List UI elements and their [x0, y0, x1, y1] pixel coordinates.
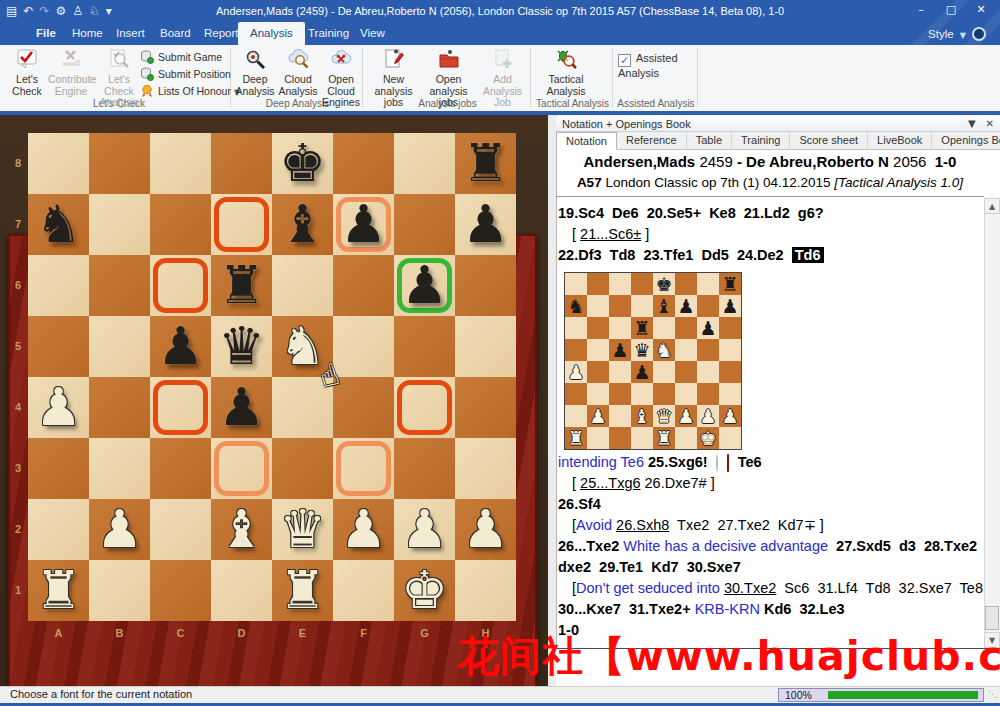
collapse-icon[interactable]: ▼	[968, 118, 976, 129]
diagram-square-b2: ♟	[587, 405, 609, 427]
diagram-square-g2: ♟	[697, 405, 719, 427]
diagram-square-b7	[587, 295, 609, 317]
diagram-square-h4	[719, 361, 741, 383]
diagram-square-d5: ♛	[631, 339, 653, 361]
style-control[interactable]: Style ▼	[928, 24, 986, 46]
diagram-square-d1	[631, 427, 653, 449]
status-bar-text: Choose a font for the current notation	[10, 688, 192, 700]
square-b7[interactable]	[89, 194, 150, 255]
square-f1[interactable]	[333, 560, 394, 621]
square-d1[interactable]	[211, 560, 272, 621]
notation-line: [ 25...Txg6 26.Dxe7# ]	[558, 473, 715, 494]
diagram-piece-h7: ♟	[719, 295, 741, 317]
diagram-square-f2: ♟	[675, 405, 697, 427]
square-a8[interactable]	[28, 133, 89, 194]
square-f6[interactable]	[333, 255, 394, 316]
move-text[interactable]: [	[572, 475, 580, 491]
square-f2[interactable]: ♟	[333, 499, 394, 560]
piece-black-p-h7[interactable]: ♟	[455, 194, 516, 254]
piece-black-k-e8[interactable]: ♚	[272, 133, 333, 193]
square-a7[interactable]: ♞	[28, 194, 89, 255]
piece-white-k-g1[interactable]: ♚	[394, 560, 455, 620]
commentary-text: Avoid	[576, 517, 616, 533]
highlight-orange	[397, 380, 452, 435]
button-label: Tactical Analysis	[536, 74, 596, 97]
square-e8[interactable]: ♚	[272, 133, 333, 194]
add-analysis-job-icon	[477, 48, 528, 72]
square-e1[interactable]: ♜	[272, 560, 333, 621]
diagram-piece-d2: ♝	[631, 405, 653, 427]
diagram-square-a8	[565, 273, 587, 295]
diagram-piece-e2: ♛	[653, 405, 675, 427]
diagram-square-g6: ♟	[697, 317, 719, 339]
diagram-square-h1	[719, 427, 741, 449]
square-e3[interactable]	[272, 438, 333, 499]
open-cloud-engines-icon	[318, 48, 364, 72]
diagram-square-e4	[653, 361, 675, 383]
move-text[interactable]: Sc6 31.Lf4 Td8 32.Sxe7 Te8 ]	[776, 580, 991, 596]
undo-icon[interactable]: ↶	[23, 2, 33, 20]
cloud-analysis-button[interactable]: Cloud Analysis	[277, 47, 319, 103]
event-name: London Classic op 7th (1) 04.12.2015	[602, 175, 835, 190]
button-label: Open Cloud Engines	[318, 74, 364, 109]
title-bar: ▤↶↷⚙♙♘▾ Andersen,Mads (2459) - De Abreu,…	[0, 0, 1000, 22]
diagram-square-f6	[675, 317, 697, 339]
highlight-orange	[153, 258, 208, 313]
diagram-piece-e8: ♚	[653, 273, 675, 295]
commentary-text: Don't get seduced into	[576, 580, 724, 596]
diagram-square-a1: ♜	[565, 427, 587, 449]
piece-black-p-g6[interactable]: ♟	[394, 255, 455, 315]
ribbon-body: Let's CheckLet's CheckContribute EngineL…	[0, 45, 1000, 111]
notation-tab-reference[interactable]: Reference	[617, 132, 687, 150]
close-button[interactable]: ✕	[966, 0, 996, 20]
diagram-piece-g6: ♟	[697, 317, 719, 339]
square-d5[interactable]: ♛	[211, 316, 272, 377]
notation-tab-table[interactable]: Table	[687, 132, 732, 150]
notation-line: intending Te6 25.Sxg6! Te6	[558, 452, 762, 473]
square-c5[interactable]: ♟	[150, 316, 211, 377]
square-b3[interactable]	[89, 438, 150, 499]
rank-label-3: 3	[8, 462, 28, 474]
diagram-square-f3	[675, 383, 697, 405]
diagram-square-a2	[565, 405, 587, 427]
diagram-square-e6	[653, 317, 675, 339]
commentary-text: KRB-KRN	[695, 601, 760, 617]
diagram-square-e5: ♞	[653, 339, 675, 361]
square-h8[interactable]: ♜	[455, 133, 516, 194]
piece-white-r-a1[interactable]: ♜	[28, 560, 89, 620]
button-label: New analysis jobs	[367, 74, 420, 109]
notation-tab-livebook[interactable]: LiveBook	[868, 132, 932, 150]
help-globe-icon[interactable]	[972, 27, 986, 41]
rank-label-6: 6	[8, 279, 28, 291]
square-c2[interactable]	[150, 499, 211, 560]
square-h4[interactable]	[455, 377, 516, 438]
diagram-square-a7: ♞	[565, 295, 587, 317]
square-g2[interactable]: ♟	[394, 499, 455, 560]
rank-label-1: 1	[8, 584, 28, 596]
diagram-piece-b2: ♟	[587, 405, 609, 427]
piece-white-p-b2[interactable]: ♟	[89, 499, 150, 559]
square-d3[interactable]	[211, 438, 272, 499]
group-label-assisted-analysis: Assisted Analysis	[615, 98, 697, 109]
panel-splitter[interactable]	[548, 115, 556, 686]
file-label-c: C	[150, 627, 211, 639]
knight-icon[interactable]: ♘	[89, 2, 100, 20]
notation-tab-training[interactable]: Training	[732, 132, 790, 150]
tab-view[interactable]: View	[348, 22, 397, 45]
diagram-piece-a7: ♞	[565, 295, 587, 317]
square-h7[interactable]: ♟	[455, 194, 516, 255]
square-d7[interactable]	[211, 194, 272, 255]
lets-check-icon	[8, 48, 46, 72]
engine-icon[interactable]: ⚙	[55, 2, 66, 20]
notation-line: 26...Txe2 White has a decisive advantage…	[558, 536, 977, 557]
diagram-square-h8: ♜	[719, 273, 741, 295]
diagram-square-e1: ♜	[653, 427, 675, 449]
button-label: Deep Analysis	[234, 74, 276, 97]
piece-black-q-d5[interactable]: ♛	[211, 316, 272, 376]
notation-line: 26.Sf4	[558, 494, 601, 515]
diagram-square-c5: ♟	[609, 339, 631, 361]
diagram-square-b8	[587, 273, 609, 295]
diagram-square-c4	[609, 361, 631, 383]
open-cloud-engines-button[interactable]: Open Cloud Engines	[318, 47, 364, 103]
square-g6[interactable]: ♟	[394, 255, 455, 316]
diagram-square-h5	[719, 339, 741, 361]
piece-white-p-h2[interactable]: ♟	[455, 499, 516, 559]
diagram-square-h2: ♟	[719, 405, 741, 427]
square-e2[interactable]: ♛	[272, 499, 333, 560]
open-analysis-jobs-icon	[421, 48, 476, 72]
move-text[interactable]: 26.Sf4	[558, 496, 601, 512]
square-b8[interactable]	[89, 133, 150, 194]
notation-tab-openings-book[interactable]: Openings Book	[932, 132, 1000, 150]
zoom-progress-bar	[828, 691, 978, 699]
square-c6[interactable]	[150, 255, 211, 316]
square-a5[interactable]	[28, 316, 89, 377]
notation-line: [Don't get seduced into 30.Txe2 Sc6 31.L…	[558, 578, 991, 599]
notation-line: [ 21...Sc6± ]	[558, 224, 649, 245]
piece-white-r-e1[interactable]: ♜	[272, 560, 333, 620]
watermark: 花间社【www.huajclub.com】	[458, 629, 1000, 684]
diagram-square-d7	[631, 295, 653, 317]
notation-line: dxe2 29.Te1 Kd7 30.Sxe7	[558, 557, 741, 578]
more-icon[interactable]: ▾	[106, 2, 112, 20]
piece-white-q-e2[interactable]: ♛	[272, 499, 333, 559]
diagram-square-a4: ♟	[565, 361, 587, 383]
diagram-square-f5	[675, 339, 697, 361]
lets-check-analysis-button: Let's Check Analysis	[96, 47, 142, 103]
square-b4[interactable]	[89, 377, 150, 438]
close-icon[interactable]: ✕	[986, 118, 994, 129]
diagram-piece-a1: ♜	[565, 427, 587, 449]
lists-of-honour-button[interactable]: Lists Of Honour▼	[140, 83, 230, 99]
square-g4[interactable]	[394, 377, 455, 438]
square-a1[interactable]: ♜	[28, 560, 89, 621]
piece-white-p-g2[interactable]: ♟	[394, 499, 455, 559]
square-g1[interactable]: ♚	[394, 560, 455, 621]
diagram-piece-c5: ♟	[609, 339, 631, 361]
diagram-square-g7	[697, 295, 719, 317]
assisted-analysis-checkbox[interactable]: ✓Assisted Analysis	[618, 52, 698, 79]
diagram-square-a5	[565, 339, 587, 361]
cloud-analysis-icon	[277, 48, 319, 72]
minimize-button[interactable]: –	[906, 0, 936, 20]
window-title: Andersen,Mads (2459) - De Abreu,Roberto …	[200, 0, 800, 22]
move-text[interactable]: Kd6 32.Le3	[760, 601, 845, 617]
piece-black-p-f7[interactable]: ♟	[333, 194, 394, 254]
diagram-square-b6	[587, 317, 609, 339]
notation-diagram: ♚♜♞♝♟♟♜♟♟♛♞♟♟♟♝♛♟♟♟♜♜♚	[564, 272, 742, 450]
diagram-piece-d4: ♟	[631, 361, 653, 383]
diagram-piece-d6: ♜	[631, 317, 653, 339]
submit-game-button[interactable]: Submit Game	[140, 49, 230, 65]
contribute-engine-button: Contribute Engine	[48, 47, 94, 103]
diagram-square-f1	[675, 427, 697, 449]
commentary-text: intending Te6	[558, 454, 644, 470]
tactical-analysis-icon	[536, 48, 596, 72]
move-text[interactable]: dxe2 29.Te1 Kd7 30.Sxe7	[558, 559, 741, 575]
move-text[interactable]: 21...Sc6±	[580, 226, 641, 242]
diagram-square-d3	[631, 383, 653, 405]
square-d4[interactable]: ♟	[211, 377, 272, 438]
checkbox-checked-icon[interactable]: ✓	[618, 54, 631, 67]
diagram-piece-f2: ♟	[675, 405, 697, 427]
square-c3[interactable]	[150, 438, 211, 499]
highlight-light-orange	[214, 441, 269, 496]
square-c4[interactable]	[150, 377, 211, 438]
diagram-square-d2: ♝	[631, 405, 653, 427]
square-f5[interactable]	[333, 316, 394, 377]
piece-black-b-e7[interactable]: ♝	[272, 194, 333, 254]
lets-check-button[interactable]: Let's Check	[8, 47, 46, 103]
tab-analysis[interactable]: Analysis	[238, 22, 305, 45]
submit-position-button[interactable]: Submit Position	[140, 66, 230, 82]
diagram-square-h7: ♟	[719, 295, 741, 317]
file-label-b: B	[89, 627, 150, 639]
piece-white-p-a4[interactable]: ♟	[28, 377, 89, 437]
pawn-icon[interactable]: ♙	[72, 2, 83, 20]
file-label-d: D	[211, 627, 272, 639]
move-text[interactable]: 26.Dxe7# ]	[641, 475, 715, 491]
diagram-square-a3	[565, 383, 587, 405]
notation-tab-score-sheet[interactable]: Score sheet	[790, 132, 868, 150]
notation-line: 19.Sc4 De6 20.Se5+ Ke8 21.Ld2 g6?	[558, 203, 824, 224]
square-d8[interactable]	[211, 133, 272, 194]
square-c1[interactable]	[150, 560, 211, 621]
new-analysis-jobs-icon	[367, 48, 420, 72]
diagram-square-a6	[565, 317, 587, 339]
file-label-f: F	[333, 627, 394, 639]
diagram-square-g1: ♚	[697, 427, 719, 449]
diagram-square-e2: ♛	[653, 405, 675, 427]
move-text[interactable]: [	[572, 226, 580, 242]
square-g3[interactable]	[394, 438, 455, 499]
new-analysis-jobs-button[interactable]: New analysis jobs	[367, 47, 420, 103]
tactical-analysis-button[interactable]: Tactical Analysis	[536, 47, 596, 103]
notation-line: [Avoid 26.Sxh8 Txe2 27.Txe2 Kd7∓ ]	[558, 515, 824, 536]
diagram-square-b5	[587, 339, 609, 361]
square-h6[interactable]	[455, 255, 516, 316]
square-g7[interactable]	[394, 194, 455, 255]
resize-grip[interactable]: ⋱	[988, 689, 998, 699]
engine-wheel-icon	[716, 454, 718, 472]
button-label: Lists Of Honour	[158, 85, 231, 97]
square-a4[interactable]: ♟	[28, 377, 89, 438]
move-text[interactable]: 19.Sc4 De6 20.Se5+ Ke8 21.Ld2 g6?	[558, 205, 824, 221]
diagram-square-d6: ♜	[631, 317, 653, 339]
piece-black-p-d4[interactable]: ♟	[211, 377, 272, 437]
piece-black-p-c5[interactable]: ♟	[150, 316, 211, 376]
square-g5[interactable]	[394, 316, 455, 377]
button-label: Cloud Analysis	[277, 74, 319, 97]
square-b5[interactable]	[89, 316, 150, 377]
square-h1[interactable]	[455, 560, 516, 621]
move-text[interactable]: 25.Sxg6!	[644, 454, 712, 470]
square-e6[interactable]	[272, 255, 333, 316]
button-label: Let's Check	[8, 74, 46, 97]
piece-black-n-a7[interactable]: ♞	[28, 194, 89, 254]
move-text[interactable]: Txe2 27.Txe2 Kd7∓ ]	[669, 517, 824, 533]
header-separator	[556, 196, 984, 197]
deep-analysis-button[interactable]: Deep Analysis	[234, 47, 276, 103]
piece-black-r-d6[interactable]: ♜	[211, 255, 272, 315]
piece-black-r-h8[interactable]: ♜	[455, 133, 516, 193]
diagram-square-c8	[609, 273, 631, 295]
redo-icon[interactable]: ↷	[39, 2, 49, 20]
notation-tab-notation[interactable]: Notation	[556, 132, 617, 150]
diagram-piece-e1: ♜	[653, 427, 675, 449]
move-text[interactable]: ]	[641, 226, 649, 242]
button-label: Submit Game	[158, 51, 222, 63]
save-icon[interactable]: ▤	[6, 2, 17, 20]
diagram-square-b1	[587, 427, 609, 449]
highlight-orange	[214, 197, 269, 252]
rank-label-5: 5	[8, 340, 28, 352]
diagram-square-h6	[719, 317, 741, 339]
move-text[interactable]: 26.Sxh8	[616, 517, 669, 533]
square-e7[interactable]: ♝	[272, 194, 333, 255]
rank-label-4: 4	[8, 401, 28, 413]
button-label: Submit Position	[158, 68, 231, 80]
diagram-piece-f7: ♟	[675, 295, 697, 317]
notation-scrollbar-track[interactable]	[984, 198, 1000, 648]
commentary-text: White has a decisive advantage	[623, 538, 828, 554]
group-separator	[612, 48, 613, 108]
diagram-square-c3	[609, 383, 631, 405]
square-a2[interactable]	[28, 499, 89, 560]
move-text[interactable]: 22.Df3 Td8 23.Tfe1 Dd5 24.De2	[558, 247, 792, 263]
diagram-square-g5	[697, 339, 719, 361]
lets-check-analysis-icon	[96, 48, 142, 72]
diagram-piece-d5: ♛	[631, 339, 653, 361]
maximize-button[interactable]: □	[936, 0, 966, 20]
diagram-piece-h8: ♜	[719, 273, 741, 295]
diagram-square-c7	[609, 295, 631, 317]
move-text[interactable]: 27.Sxd5 d3 28.Txe2	[828, 538, 977, 554]
square-d2[interactable]: ♝	[211, 499, 272, 560]
diagram-piece-h2: ♟	[719, 405, 741, 427]
eco-code: A57	[577, 175, 602, 190]
move-text[interactable]: 26...Txe2	[558, 538, 623, 554]
square-g8[interactable]	[394, 133, 455, 194]
square-a6[interactable]	[28, 255, 89, 316]
notation-panel-caption: Notation + Openings Book	[556, 116, 1000, 132]
button-label: Open analysis jobs	[421, 74, 476, 109]
square-c8[interactable]	[150, 133, 211, 194]
diagram-piece-g1: ♚	[697, 427, 719, 449]
white-elo: 2459	[695, 153, 737, 170]
diagram-square-e8: ♚	[653, 273, 675, 295]
diagram-square-f4	[675, 361, 697, 383]
zoom-value: 100%	[785, 689, 812, 701]
rank-label-2: 2	[8, 523, 28, 535]
button-label: Add Analysis Job	[477, 74, 528, 109]
notation-line: 22.Df3 Td8 23.Tfe1 Dd5 24.De2 Td6	[558, 245, 824, 266]
move-text[interactable]: 30...Kxe7 31.Txe2+	[558, 601, 695, 617]
diagram-piece-a4: ♟	[565, 361, 587, 383]
current-move[interactable]: Td6	[792, 247, 824, 263]
diagram-square-g8	[697, 273, 719, 295]
piece-white-p-f2[interactable]: ♟	[333, 499, 394, 559]
square-c7[interactable]	[150, 194, 211, 255]
lists-of-honour-icon	[140, 84, 154, 102]
notation-line: 30...Kxe7 31.Txe2+ KRB-KRN Kd6 32.Le3	[558, 599, 845, 620]
white-player-name: Andersen,Mads	[584, 153, 696, 170]
diagram-square-f8	[675, 273, 697, 295]
square-f3[interactable]	[333, 438, 394, 499]
square-b6[interactable]	[89, 255, 150, 316]
diagram-piece-e5: ♞	[653, 339, 675, 361]
move-text[interactable]: 30.Txe2	[724, 580, 776, 596]
move-text[interactable]: Te6	[734, 454, 762, 470]
open-analysis-jobs-button[interactable]: Open analysis jobs	[421, 47, 476, 103]
style-label: Style	[928, 28, 954, 40]
rank-label-8: 8	[8, 157, 28, 169]
square-h2[interactable]: ♟	[455, 499, 516, 560]
diagram-square-g4	[697, 361, 719, 383]
square-h5[interactable]	[455, 316, 516, 377]
square-d6[interactable]: ♜	[211, 255, 272, 316]
square-f7[interactable]: ♟	[333, 194, 394, 255]
game-header: Andersen,Mads 2459 - De Abreu,Roberto N …	[556, 151, 984, 193]
diagram-square-g3	[697, 383, 719, 405]
square-a3[interactable]	[28, 438, 89, 499]
deep-analysis-icon	[234, 48, 276, 72]
diagram-square-c6	[609, 317, 631, 339]
highlight-orange	[153, 380, 208, 435]
chessbase-window: ▤↶↷⚙♙♘▾ Andersen,Mads (2459) - De Abreu,…	[0, 0, 1000, 706]
square-b2[interactable]: ♟	[89, 499, 150, 560]
highlight-light-orange	[336, 441, 391, 496]
scroll-up-icon[interactable]: ▲	[984, 198, 1000, 214]
game-result: 1-0	[935, 153, 957, 170]
notation-caption-icons: ▼✕	[958, 116, 994, 132]
annotator: [Tactical Analysis 1.0]	[834, 175, 963, 190]
notation-scrollbar-thumb[interactable]	[985, 606, 999, 630]
chevron-down-icon: ▼	[960, 31, 966, 40]
move-text[interactable]: 25...Txg6	[580, 475, 640, 491]
diagram-square-b3	[587, 383, 609, 405]
piece-white-b-d2[interactable]: ♝	[211, 499, 272, 559]
square-h3[interactable]	[455, 438, 516, 499]
square-b1[interactable]	[89, 560, 150, 621]
black-player-name: De Abreu,Roberto N	[746, 153, 889, 170]
button-label: Contribute Engine	[48, 74, 94, 97]
square-f8[interactable]	[333, 133, 394, 194]
